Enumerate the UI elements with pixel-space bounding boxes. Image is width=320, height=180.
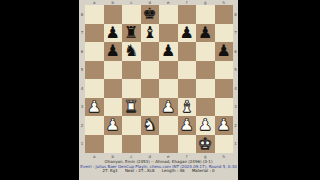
square-g2: ♟ xyxy=(196,116,215,135)
caption: Ohanyan, Emin (2453) -- Ahmad, Khagan (2… xyxy=(80,160,237,174)
rank-label-7: 7 xyxy=(233,24,238,43)
black-knight-c6: ♞ xyxy=(124,42,138,60)
square-e5 xyxy=(159,61,178,80)
screenshot-stage: abcdefgh abcdefgh 87654321 87654321 ♚♟♜♝… xyxy=(0,0,320,180)
rank-label-3: 3 xyxy=(233,98,238,117)
square-a4 xyxy=(85,79,104,98)
square-g8 xyxy=(196,5,215,24)
file-label-c: c xyxy=(122,153,141,159)
file-labels-bottom: abcdefgh xyxy=(85,153,233,159)
white-bishop-f3: ♝ xyxy=(180,98,194,116)
square-d3 xyxy=(141,98,160,117)
square-f3: ♝ xyxy=(178,98,197,117)
black-pawn-g7: ♟ xyxy=(198,24,212,42)
square-c7: ♜ xyxy=(122,24,141,43)
black-pawn-f7: ♟ xyxy=(180,24,194,42)
square-c6: ♞ xyxy=(122,42,141,61)
square-a1 xyxy=(85,135,104,154)
square-f5 xyxy=(178,61,197,80)
square-e8 xyxy=(159,5,178,24)
white-king-g1: ♚ xyxy=(198,135,212,153)
file-label-d: d xyxy=(141,153,160,159)
white-rook-c3: ♜ xyxy=(124,98,138,116)
rank-label-5: 5 xyxy=(233,61,238,80)
square-e1 xyxy=(159,135,178,154)
white-pawn-h2: ♟ xyxy=(217,116,231,134)
square-a5 xyxy=(85,61,104,80)
square-a3: ♟ xyxy=(85,98,104,117)
square-c5 xyxy=(122,61,141,80)
rank-label-2: 2 xyxy=(233,116,238,135)
file-label-h: h xyxy=(215,153,234,159)
rank-label-8: 8 xyxy=(233,5,238,24)
black-pawn-b7: ♟ xyxy=(106,24,120,42)
white-pawn-e3: ♟ xyxy=(161,98,175,116)
file-label-b: b xyxy=(104,153,123,159)
square-b7: ♟ xyxy=(104,24,123,43)
square-a2 xyxy=(85,116,104,135)
chess-board: ♚♟♜♝♟♟♟♞♟♟♟♜♟♝♟♞♟♟♟♚ xyxy=(85,5,233,153)
square-g7: ♟ xyxy=(196,24,215,43)
square-g6 xyxy=(196,42,215,61)
square-g1: ♚ xyxy=(196,135,215,154)
black-bishop-d7: ♝ xyxy=(143,24,157,42)
square-d4 xyxy=(141,79,160,98)
square-e6: ♟ xyxy=(159,42,178,61)
square-h6: ♟ xyxy=(215,42,234,61)
square-e4 xyxy=(159,79,178,98)
square-b5 xyxy=(104,61,123,80)
square-f8 xyxy=(178,5,197,24)
file-label-g: g xyxy=(196,153,215,159)
caption-last-move: 27. Kg1 xyxy=(102,169,117,173)
square-d5 xyxy=(141,61,160,80)
square-b1 xyxy=(104,135,123,154)
square-d8: ♚ xyxy=(141,5,160,24)
square-c3: ♜ xyxy=(122,98,141,117)
square-d2: ♞ xyxy=(141,116,160,135)
square-b2: ♟ xyxy=(104,116,123,135)
square-h5 xyxy=(215,61,234,80)
square-f7: ♟ xyxy=(178,24,197,43)
square-f1 xyxy=(178,135,197,154)
square-c4 xyxy=(122,79,141,98)
square-g5 xyxy=(196,61,215,80)
file-label-f: f xyxy=(178,153,197,159)
square-b6: ♟ xyxy=(104,42,123,61)
square-b3 xyxy=(104,98,123,117)
caption-move-info: 27. Kg1 Next : 27...Kc8 Length : 46 Mate… xyxy=(80,169,237,174)
square-c2 xyxy=(122,116,141,135)
rank-label-4: 4 xyxy=(233,79,238,98)
square-c8 xyxy=(122,5,141,24)
black-pawn-b6: ♟ xyxy=(106,42,120,60)
square-e3: ♟ xyxy=(159,98,178,117)
file-label-a: a xyxy=(85,153,104,159)
square-f2: ♟ xyxy=(178,116,197,135)
caption-material: Material : 0 xyxy=(192,169,215,173)
caption-length: Length : 46 xyxy=(162,169,185,173)
square-e2 xyxy=(159,116,178,135)
caption-next-move: Next : 27...Kc8 xyxy=(125,169,154,173)
white-knight-d2: ♞ xyxy=(143,116,157,134)
square-d1 xyxy=(141,135,160,154)
square-a7 xyxy=(85,24,104,43)
square-h2: ♟ xyxy=(215,116,234,135)
black-pawn-h6: ♟ xyxy=(217,42,231,60)
square-c1 xyxy=(122,135,141,154)
square-h4 xyxy=(215,79,234,98)
square-f6 xyxy=(178,42,197,61)
black-pawn-e6: ♟ xyxy=(161,42,175,60)
black-rook-c7: ♜ xyxy=(124,24,138,42)
white-pawn-g2: ♟ xyxy=(198,116,212,134)
rank-labels-right: 87654321 xyxy=(233,5,238,153)
square-e7 xyxy=(159,24,178,43)
white-pawn-b2: ♟ xyxy=(106,116,120,134)
square-h3 xyxy=(215,98,234,117)
square-h8 xyxy=(215,5,234,24)
square-h1 xyxy=(215,135,234,154)
file-label-e: e xyxy=(159,153,178,159)
black-king-d8: ♚ xyxy=(143,5,157,23)
square-d7: ♝ xyxy=(141,24,160,43)
square-g4 xyxy=(196,79,215,98)
square-b4 xyxy=(104,79,123,98)
square-a8 xyxy=(85,5,104,24)
white-pawn-a3: ♟ xyxy=(87,98,101,116)
square-a6 xyxy=(85,42,104,61)
square-f4 xyxy=(178,79,197,98)
square-d6 xyxy=(141,42,160,61)
white-pawn-f2: ♟ xyxy=(180,116,194,134)
square-b8 xyxy=(104,5,123,24)
rank-label-1: 1 xyxy=(233,135,238,154)
square-h7 xyxy=(215,24,234,43)
square-g3 xyxy=(196,98,215,117)
rank-label-6: 6 xyxy=(233,42,238,61)
